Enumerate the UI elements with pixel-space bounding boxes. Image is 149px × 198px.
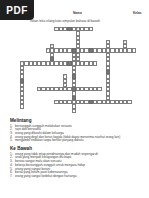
clue-number: 2 <box>47 49 48 51</box>
worksheet-page: PDF Nama Kelas Isikan teka silang kata s… <box>0 0 149 198</box>
across-clue-list: 1.bersungguh-sungguh melakukan sesuatu2.… <box>10 125 142 144</box>
down-heading: Ke Bawah <box>10 146 142 151</box>
clue-number: 4 <box>107 41 108 43</box>
crossword-grid: 11462233545 <box>20 27 140 113</box>
name-field-label: Nama <box>73 11 82 15</box>
clue-item: 5.mengambil tindakan tanpa berfikir panj… <box>10 139 142 143</box>
clues-section: Melintang 1.bersungguh-sungguh melakukan… <box>10 118 142 181</box>
clue-number: 5 <box>56 101 57 103</box>
down-clue-list: 1.orang yang tidak tetap pendiriannya da… <box>10 153 142 179</box>
clue-item-text: mengambil tindakan tanpa berfikir panjan… <box>15 139 142 143</box>
across-heading: Melintang <box>10 118 142 123</box>
clue-number: 6 <box>124 41 125 43</box>
pdf-badge-label: PDF <box>6 5 28 16</box>
clue-item: 7.orang yang sangat kedekut dengan harta… <box>10 175 142 179</box>
clue-number: 2 <box>51 45 52 47</box>
clue-number: 1 <box>56 28 57 30</box>
pdf-badge: PDF <box>0 0 34 20</box>
grid-gap <box>136 109 140 113</box>
clue-number: 5 <box>64 75 65 77</box>
instruction-text: Isikan teka silang kata simpulan bahasa … <box>30 19 100 23</box>
clue-number: 1 <box>77 28 78 30</box>
clue-number: 4 <box>38 88 39 90</box>
clue-item-text: orang yang sangat kedekut dengan hartany… <box>15 175 142 179</box>
clue-number: 3 <box>73 49 74 51</box>
class-field-label: Kelas <box>133 11 142 15</box>
clue-number: 3 <box>21 62 22 64</box>
